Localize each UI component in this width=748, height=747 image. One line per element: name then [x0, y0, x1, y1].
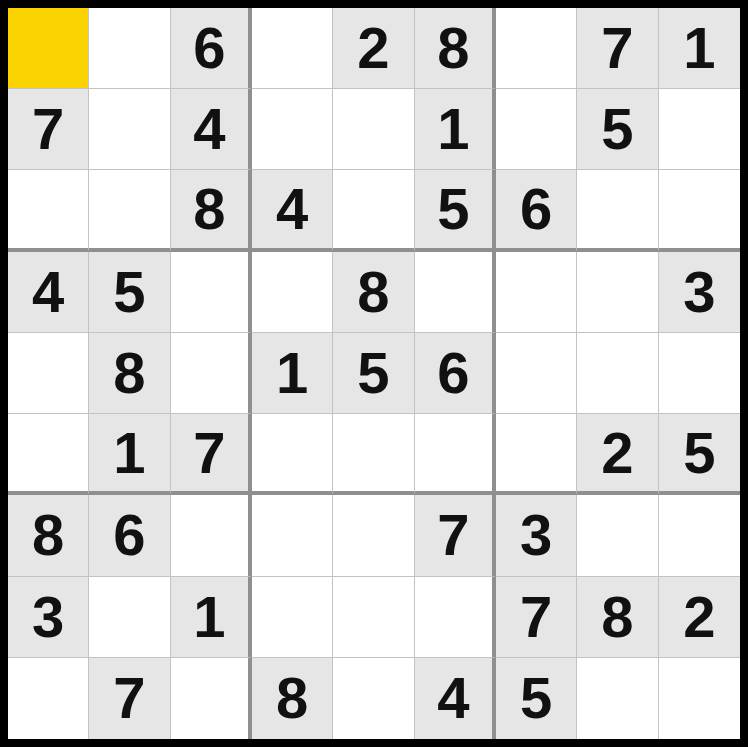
- cell-r1c5[interactable]: 2: [333, 8, 414, 89]
- cell-r9c3[interactable]: [171, 658, 252, 739]
- cell-r7c4[interactable]: [252, 495, 333, 576]
- cell-r1c6[interactable]: 8: [415, 8, 496, 89]
- cell-r1c2[interactable]: [89, 8, 170, 89]
- cell-r4c4[interactable]: [252, 252, 333, 333]
- cell-r7c2[interactable]: 6: [89, 495, 170, 576]
- cell-r8c8[interactable]: 8: [577, 577, 658, 658]
- cell-r6c4[interactable]: [252, 414, 333, 495]
- cell-r8c1[interactable]: 3: [8, 577, 89, 658]
- cell-r2c8[interactable]: 5: [577, 89, 658, 170]
- cell-r6c9[interactable]: 5: [659, 414, 740, 495]
- cell-r4c5[interactable]: 8: [333, 252, 414, 333]
- cell-r7c7[interactable]: 3: [496, 495, 577, 576]
- cell-r7c3[interactable]: [171, 495, 252, 576]
- cell-r9c4[interactable]: 8: [252, 658, 333, 739]
- cell-r8c7[interactable]: 7: [496, 577, 577, 658]
- sudoku-board: 62871741584564583815617258673317827845: [0, 0, 748, 747]
- cell-r2c9[interactable]: [659, 89, 740, 170]
- cell-r6c5[interactable]: [333, 414, 414, 495]
- cell-r9c1[interactable]: [8, 658, 89, 739]
- cell-r8c9[interactable]: 2: [659, 577, 740, 658]
- cell-r4c2[interactable]: 5: [89, 252, 170, 333]
- cell-r3c9[interactable]: [659, 170, 740, 251]
- cell-r3c2[interactable]: [89, 170, 170, 251]
- cell-r5c3[interactable]: [171, 333, 252, 414]
- cell-r7c1[interactable]: 8: [8, 495, 89, 576]
- cell-r2c7[interactable]: [496, 89, 577, 170]
- cell-r1c4[interactable]: [252, 8, 333, 89]
- cell-r2c4[interactable]: [252, 89, 333, 170]
- cell-r6c8[interactable]: 2: [577, 414, 658, 495]
- cell-r4c1[interactable]: 4: [8, 252, 89, 333]
- cell-r5c5[interactable]: 5: [333, 333, 414, 414]
- cell-r8c4[interactable]: [252, 577, 333, 658]
- cell-r3c4[interactable]: 4: [252, 170, 333, 251]
- sudoku-grid: 62871741584564583815617258673317827845: [8, 8, 740, 739]
- cell-r4c3[interactable]: [171, 252, 252, 333]
- cell-r5c8[interactable]: [577, 333, 658, 414]
- cell-r8c6[interactable]: [415, 577, 496, 658]
- cell-r6c6[interactable]: [415, 414, 496, 495]
- cell-r9c2[interactable]: 7: [89, 658, 170, 739]
- cell-r6c1[interactable]: [8, 414, 89, 495]
- cell-r3c3[interactable]: 8: [171, 170, 252, 251]
- cell-r9c7[interactable]: 5: [496, 658, 577, 739]
- cell-r7c8[interactable]: [577, 495, 658, 576]
- cell-r7c6[interactable]: 7: [415, 495, 496, 576]
- cell-r6c7[interactable]: [496, 414, 577, 495]
- cell-r9c8[interactable]: [577, 658, 658, 739]
- cell-r6c3[interactable]: 7: [171, 414, 252, 495]
- cell-r9c6[interactable]: 4: [415, 658, 496, 739]
- cell-r9c5[interactable]: [333, 658, 414, 739]
- cell-r4c6[interactable]: [415, 252, 496, 333]
- cell-r4c9[interactable]: 3: [659, 252, 740, 333]
- cell-r5c6[interactable]: 6: [415, 333, 496, 414]
- cell-r2c1[interactable]: 7: [8, 89, 89, 170]
- cell-r7c5[interactable]: [333, 495, 414, 576]
- cell-r5c1[interactable]: [8, 333, 89, 414]
- cell-r1c8[interactable]: 7: [577, 8, 658, 89]
- cell-r8c3[interactable]: 1: [171, 577, 252, 658]
- cell-r1c3[interactable]: 6: [171, 8, 252, 89]
- cell-r7c9[interactable]: [659, 495, 740, 576]
- cell-r2c2[interactable]: [89, 89, 170, 170]
- cell-r1c1[interactable]: [8, 8, 89, 89]
- cell-r2c6[interactable]: 1: [415, 89, 496, 170]
- cell-r6c2[interactable]: 1: [89, 414, 170, 495]
- cell-r5c2[interactable]: 8: [89, 333, 170, 414]
- cell-r1c7[interactable]: [496, 8, 577, 89]
- cell-r5c7[interactable]: [496, 333, 577, 414]
- cell-r4c8[interactable]: [577, 252, 658, 333]
- cell-r5c9[interactable]: [659, 333, 740, 414]
- cell-r8c5[interactable]: [333, 577, 414, 658]
- cell-r8c2[interactable]: [89, 577, 170, 658]
- cell-r1c9[interactable]: 1: [659, 8, 740, 89]
- cell-r2c5[interactable]: [333, 89, 414, 170]
- cell-r3c5[interactable]: [333, 170, 414, 251]
- cell-r3c6[interactable]: 5: [415, 170, 496, 251]
- cell-r3c7[interactable]: 6: [496, 170, 577, 251]
- cell-r3c8[interactable]: [577, 170, 658, 251]
- cell-r3c1[interactable]: [8, 170, 89, 251]
- cell-r4c7[interactable]: [496, 252, 577, 333]
- cell-r5c4[interactable]: 1: [252, 333, 333, 414]
- cell-r9c9[interactable]: [659, 658, 740, 739]
- cell-r2c3[interactable]: 4: [171, 89, 252, 170]
